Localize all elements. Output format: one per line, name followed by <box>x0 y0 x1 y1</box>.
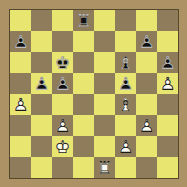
square-a6[interactable] <box>10 52 31 73</box>
square-h3[interactable] <box>157 115 178 136</box>
piece-white-pawn[interactable]: ♟♙ <box>136 115 157 136</box>
black-pawn-outline-icon: ♙ <box>115 73 136 94</box>
square-a4[interactable]: ♟♙ <box>10 94 31 115</box>
square-e1[interactable]: ♜♖ <box>94 157 115 178</box>
square-b4[interactable] <box>31 94 52 115</box>
square-c2[interactable]: ♚♔ <box>52 136 73 157</box>
square-h5[interactable]: ♟♙ <box>157 73 178 94</box>
square-d3[interactable] <box>73 115 94 136</box>
square-d1[interactable] <box>73 157 94 178</box>
white-rook-outline-icon: ♖ <box>94 157 115 178</box>
piece-black-rook[interactable]: ♜♖ <box>73 10 94 31</box>
square-h1[interactable] <box>157 157 178 178</box>
square-d7[interactable] <box>73 31 94 52</box>
square-b2[interactable] <box>31 136 52 157</box>
square-b5[interactable]: ♟♙ <box>31 73 52 94</box>
square-c4[interactable] <box>52 94 73 115</box>
piece-white-pawn[interactable]: ♟♙ <box>10 94 31 115</box>
square-f1[interactable] <box>115 157 136 178</box>
square-g4[interactable] <box>136 94 157 115</box>
square-a7[interactable]: ♟♙ <box>10 31 31 52</box>
square-g3[interactable]: ♟♙ <box>136 115 157 136</box>
square-f6[interactable]: ♝♗ <box>115 52 136 73</box>
piece-white-pawn[interactable]: ♟♙ <box>52 115 73 136</box>
square-g1[interactable] <box>136 157 157 178</box>
square-c5[interactable]: ♟♙ <box>52 73 73 94</box>
white-pawn-outline-icon: ♙ <box>115 136 136 157</box>
square-d6[interactable] <box>73 52 94 73</box>
square-c8[interactable] <box>52 10 73 31</box>
square-e6[interactable] <box>94 52 115 73</box>
white-bishop-outline-icon: ♗ <box>115 94 136 115</box>
square-e3[interactable] <box>94 115 115 136</box>
square-c6[interactable]: ♚♔ <box>52 52 73 73</box>
white-pawn-outline-icon: ♙ <box>52 115 73 136</box>
black-bishop-outline-icon: ♗ <box>115 52 136 73</box>
square-h7[interactable] <box>157 31 178 52</box>
piece-white-pawn[interactable]: ♟♙ <box>115 136 136 157</box>
square-f2[interactable]: ♟♙ <box>115 136 136 157</box>
chess-board: ♜♖♟♙♟♙♚♔♝♗♟♙♟♙♟♙♟♙♟♙♟♙♝♗♟♙♟♙♚♔♟♙♜♖ <box>9 9 179 179</box>
square-e8[interactable] <box>94 10 115 31</box>
black-pawn-outline-icon: ♙ <box>157 52 178 73</box>
piece-black-bishop[interactable]: ♝♗ <box>115 52 136 73</box>
square-a5[interactable] <box>10 73 31 94</box>
square-g7[interactable]: ♟♙ <box>136 31 157 52</box>
square-b8[interactable] <box>31 10 52 31</box>
square-e7[interactable] <box>94 31 115 52</box>
piece-black-pawn[interactable]: ♟♙ <box>52 73 73 94</box>
square-f3[interactable] <box>115 115 136 136</box>
square-h4[interactable] <box>157 94 178 115</box>
square-d4[interactable] <box>73 94 94 115</box>
square-f7[interactable] <box>115 31 136 52</box>
black-pawn-outline-icon: ♙ <box>10 31 31 52</box>
white-pawn-outline-icon: ♙ <box>157 73 178 94</box>
square-f8[interactable] <box>115 10 136 31</box>
square-a1[interactable] <box>10 157 31 178</box>
square-b7[interactable] <box>31 31 52 52</box>
square-h8[interactable] <box>157 10 178 31</box>
square-b3[interactable] <box>31 115 52 136</box>
square-h2[interactable] <box>157 136 178 157</box>
square-a8[interactable] <box>10 10 31 31</box>
square-f4[interactable]: ♝♗ <box>115 94 136 115</box>
black-pawn-outline-icon: ♙ <box>136 31 157 52</box>
white-pawn-outline-icon: ♙ <box>10 94 31 115</box>
square-h6[interactable]: ♟♙ <box>157 52 178 73</box>
piece-white-rook[interactable]: ♜♖ <box>94 157 115 178</box>
square-e2[interactable] <box>94 136 115 157</box>
black-rook-outline-icon: ♖ <box>73 10 94 31</box>
square-g8[interactable] <box>136 10 157 31</box>
square-g2[interactable] <box>136 136 157 157</box>
square-e4[interactable] <box>94 94 115 115</box>
square-g5[interactable] <box>136 73 157 94</box>
black-king-outline-icon: ♔ <box>52 52 73 73</box>
piece-black-pawn[interactable]: ♟♙ <box>115 73 136 94</box>
square-c7[interactable] <box>52 31 73 52</box>
white-pawn-outline-icon: ♙ <box>136 115 157 136</box>
square-d8[interactable]: ♜♖ <box>73 10 94 31</box>
square-d2[interactable] <box>73 136 94 157</box>
piece-white-pawn[interactable]: ♟♙ <box>157 73 178 94</box>
square-b6[interactable] <box>31 52 52 73</box>
piece-black-pawn[interactable]: ♟♙ <box>157 52 178 73</box>
square-a3[interactable] <box>10 115 31 136</box>
square-d5[interactable] <box>73 73 94 94</box>
square-a2[interactable] <box>10 136 31 157</box>
square-c1[interactable] <box>52 157 73 178</box>
white-king-outline-icon: ♔ <box>52 136 73 157</box>
square-f5[interactable]: ♟♙ <box>115 73 136 94</box>
piece-black-pawn[interactable]: ♟♙ <box>136 31 157 52</box>
piece-black-pawn[interactable]: ♟♙ <box>31 73 52 94</box>
square-g6[interactable] <box>136 52 157 73</box>
black-pawn-outline-icon: ♙ <box>52 73 73 94</box>
square-b1[interactable] <box>31 157 52 178</box>
piece-white-king[interactable]: ♚♔ <box>52 136 73 157</box>
piece-black-pawn[interactable]: ♟♙ <box>10 31 31 52</box>
chess-diagram: { "game": "chess", "position": { "fen": … <box>0 0 187 187</box>
square-c3[interactable]: ♟♙ <box>52 115 73 136</box>
piece-white-bishop[interactable]: ♝♗ <box>115 94 136 115</box>
piece-black-king[interactable]: ♚♔ <box>52 52 73 73</box>
black-pawn-outline-icon: ♙ <box>31 73 52 94</box>
square-e5[interactable] <box>94 73 115 94</box>
